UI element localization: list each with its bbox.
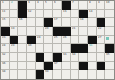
- clue-number: 31: [89, 44, 92, 47]
- cell-r3c9[interactable]: [71, 18, 80, 27]
- cell-r2c5[interactable]: [36, 10, 45, 19]
- clue-number: 14: [89, 10, 92, 13]
- cell-r6c1[interactable]: 28: [1, 44, 10, 53]
- cell-r4c5[interactable]: [36, 27, 45, 36]
- cell-r3c10[interactable]: 18: [79, 18, 88, 27]
- cell-r9c8[interactable]: [62, 70, 71, 79]
- clue-number: 33: [63, 53, 66, 56]
- cell-r9c6[interactable]: 39: [44, 70, 53, 79]
- black-cell-r5c4: [27, 36, 36, 45]
- cell-r2c2[interactable]: [10, 10, 19, 19]
- cell-r9c2[interactable]: [10, 70, 19, 79]
- cell-r8c8[interactable]: [62, 62, 71, 71]
- black-cell-r1c8: [62, 1, 71, 10]
- black-cell-r3c12: [97, 18, 106, 27]
- clue-number: 5: [45, 1, 47, 4]
- cell-r8c2[interactable]: [10, 62, 19, 71]
- cell-r3c1[interactable]: 15: [1, 18, 10, 27]
- cell-r6c2[interactable]: 29: [10, 44, 19, 53]
- clue-number: 35: [106, 53, 109, 56]
- cell-r9c7[interactable]: [53, 70, 62, 79]
- cell-r5c8[interactable]: 26: [62, 36, 71, 45]
- cell-r2c11[interactable]: 14: [88, 10, 97, 19]
- cell-r5c1[interactable]: 23: [1, 36, 10, 45]
- cell-r9c13[interactable]: [105, 70, 114, 79]
- cell-r5c12[interactable]: 27: [97, 36, 106, 45]
- cell-r4c3[interactable]: [18, 27, 27, 36]
- black-cell-r6c9: [71, 44, 80, 53]
- cell-r2c8[interactable]: 13: [62, 10, 71, 19]
- clue-number: 34: [72, 53, 75, 56]
- cell-r5c5[interactable]: 24: [36, 36, 45, 45]
- black-cell-r9c5: [36, 70, 45, 79]
- crossword-board: 1234567891011121314151617181920212223242…: [0, 0, 115, 80]
- clue-number: 23: [2, 36, 5, 39]
- cell-r2c12[interactable]: [97, 10, 106, 19]
- cell-r1c4[interactable]: 3: [27, 1, 36, 10]
- cell-r7c11[interactable]: [88, 53, 97, 62]
- clue-number: 25: [54, 36, 57, 39]
- cell-r3c4[interactable]: [27, 18, 36, 27]
- clue-number: 38: [2, 70, 5, 73]
- black-cell-r3c6: [44, 18, 53, 27]
- cell-r5c13[interactable]: [105, 36, 114, 45]
- clue-number: 7: [72, 1, 74, 4]
- cell-r3c11[interactable]: [88, 18, 97, 27]
- cell-r1c11[interactable]: 8: [88, 1, 97, 10]
- cell-r1c6[interactable]: 5: [44, 1, 53, 10]
- black-cell-r8c10: [79, 62, 88, 71]
- black-cell-r4c7: [53, 27, 62, 36]
- cell-r4c11[interactable]: [88, 27, 97, 36]
- cell-r8c3[interactable]: [18, 62, 27, 71]
- cell-r6c4[interactable]: 30: [27, 44, 36, 53]
- cell-r7c6[interactable]: [44, 53, 53, 62]
- cell-r7c13[interactable]: 35: [105, 53, 114, 62]
- cell-r3c3[interactable]: 16: [18, 18, 27, 27]
- clue-number: 36: [2, 62, 5, 65]
- cell-r5c9[interactable]: [71, 36, 80, 45]
- black-cell-r2c3: [18, 10, 27, 19]
- clue-number: 9: [98, 1, 100, 4]
- cell-r3c8[interactable]: [62, 18, 71, 27]
- cell-r3c7[interactable]: 17: [53, 18, 62, 27]
- cell-r7c8[interactable]: 33: [62, 53, 71, 62]
- cell-r5c7[interactable]: 25: [53, 36, 62, 45]
- cell-r5c3[interactable]: [18, 36, 27, 45]
- cell-r6c12[interactable]: [97, 44, 106, 53]
- cell-r9c11[interactable]: [88, 70, 97, 79]
- clue-number: 29: [11, 44, 14, 47]
- cell-r7c4[interactable]: [27, 53, 36, 62]
- cell-r4c12[interactable]: 22: [97, 27, 106, 36]
- cell-r1c9[interactable]: 7: [71, 1, 80, 10]
- cell-r7c2[interactable]: [10, 53, 19, 62]
- cell-r4c4[interactable]: [27, 27, 36, 36]
- cell-r9c4[interactable]: [27, 70, 36, 79]
- cell-r6c6[interactable]: [44, 44, 53, 53]
- black-cell-r1c3: [18, 1, 27, 10]
- cell-r8c13[interactable]: [105, 62, 114, 71]
- clue-number: 19: [11, 27, 14, 30]
- cell-r1c7[interactable]: 6: [53, 1, 62, 10]
- cell-r9c12[interactable]: [97, 70, 106, 79]
- cell-r9c9[interactable]: [71, 70, 80, 79]
- cell-r8c7[interactable]: 37: [53, 62, 62, 71]
- clue-number: 28: [2, 44, 5, 47]
- cell-r2c7[interactable]: [53, 10, 62, 19]
- clue-number: 6: [54, 1, 56, 4]
- cell-r1c2[interactable]: 2: [10, 1, 19, 10]
- clue-number: 2: [11, 1, 13, 4]
- cell-r6c11[interactable]: 31: [88, 44, 97, 53]
- clue-number: 24: [37, 36, 40, 39]
- black-cell-r4c1: [1, 27, 10, 36]
- cell-r8c9[interactable]: [71, 62, 80, 71]
- cell-r1c12[interactable]: 9: [97, 1, 106, 10]
- cell-r9c3[interactable]: [18, 70, 27, 79]
- clue-number: 17: [54, 18, 57, 21]
- clue-number: 21: [72, 27, 75, 30]
- cell-r2c4[interactable]: 12: [27, 10, 36, 19]
- clue-number: 16: [19, 18, 22, 21]
- black-cell-r7c7: [53, 53, 62, 62]
- cell-r4c6[interactable]: 20: [44, 27, 53, 36]
- black-cell-r8c12: [97, 62, 106, 71]
- cell-r4c13[interactable]: [105, 27, 114, 36]
- black-cell-r5c2: [10, 36, 19, 45]
- cell-r2c13[interactable]: [105, 10, 114, 19]
- clue-number: 18: [80, 18, 83, 21]
- cell-r9c10[interactable]: [79, 70, 88, 79]
- cell-r6c5[interactable]: [36, 44, 45, 53]
- cell-r6c7[interactable]: [53, 44, 62, 53]
- clue-number: 30: [28, 44, 31, 47]
- cell-r2c1[interactable]: 11: [1, 10, 10, 19]
- cell-r8c11[interactable]: [88, 62, 97, 71]
- cell-r1c5[interactable]: 4: [36, 1, 45, 10]
- cell-r1c13[interactable]: 10: [105, 1, 114, 10]
- black-cell-r6c13: [105, 44, 114, 53]
- cell-r3c2[interactable]: [10, 18, 19, 27]
- clue-number: 15: [2, 18, 5, 21]
- cell-r1c10[interactable]: [79, 1, 88, 10]
- black-cell-r8c6: [44, 62, 53, 71]
- clue-number: 39: [45, 70, 48, 73]
- black-cell-r4c8: [62, 27, 71, 36]
- cell-r6c3[interactable]: [18, 44, 27, 53]
- cell-r9c1[interactable]: 38: [1, 70, 10, 79]
- cell-r7c3[interactable]: [18, 53, 27, 62]
- clue-number: 20: [45, 27, 48, 30]
- clue-number: 32: [2, 53, 5, 56]
- cell-r8c5[interactable]: [36, 62, 45, 71]
- teal-highlight-mark: [106, 37, 109, 40]
- clue-number: 11: [2, 10, 5, 13]
- clue-number: 10: [106, 1, 109, 4]
- clue-number: 26: [63, 36, 66, 39]
- clue-number: 12: [28, 10, 31, 13]
- cell-r2c6[interactable]: [44, 10, 53, 19]
- clue-number: 37: [54, 62, 57, 65]
- clue-number: 1: [2, 1, 4, 4]
- cell-r7c9[interactable]: 34: [71, 53, 80, 62]
- black-cell-r7c5: [36, 53, 45, 62]
- cell-r4c2[interactable]: 19: [10, 27, 19, 36]
- cell-r4c10[interactable]: [79, 27, 88, 36]
- cell-r5c6[interactable]: [44, 36, 53, 45]
- black-cell-r5c11: [88, 36, 97, 45]
- cell-r5c10[interactable]: [79, 36, 88, 45]
- black-cell-r2c10: [79, 10, 88, 19]
- clue-number: 8: [89, 1, 91, 4]
- cell-r7c1[interactable]: 32: [1, 53, 10, 62]
- clue-number: 4: [37, 1, 39, 4]
- cell-r8c1[interactable]: 36: [1, 62, 10, 71]
- clue-number: 13: [63, 10, 66, 13]
- cell-r6c8[interactable]: [62, 44, 71, 53]
- cell-r3c13[interactable]: [105, 18, 114, 27]
- cell-r8c4[interactable]: [27, 62, 36, 71]
- clue-number: 27: [98, 36, 101, 39]
- cell-r7c12[interactable]: [97, 53, 106, 62]
- black-cell-r6c10: [79, 44, 88, 53]
- clue-number: 22: [98, 27, 101, 30]
- cell-r2c9[interactable]: [71, 10, 80, 19]
- cell-r4c9[interactable]: 21: [71, 27, 80, 36]
- cell-r3c5[interactable]: [36, 18, 45, 27]
- cell-r7c10[interactable]: [79, 53, 88, 62]
- clue-number: 3: [28, 1, 30, 4]
- cell-r1c1[interactable]: 1: [1, 1, 10, 10]
